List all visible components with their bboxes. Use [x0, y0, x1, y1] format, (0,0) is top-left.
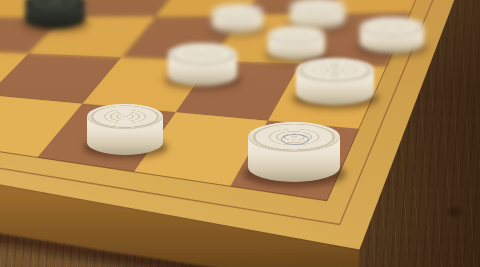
checkers-photo-scene	[0, 0, 480, 267]
checkers-board	[0, 0, 480, 267]
